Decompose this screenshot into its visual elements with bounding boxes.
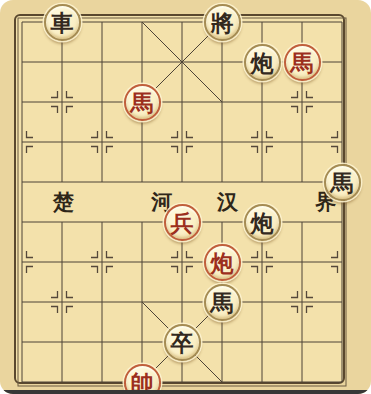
red-horse[interactable]: 馬 [284, 44, 321, 81]
red-soldier[interactable]: 兵 [164, 204, 201, 241]
black-chariot[interactable]: 車 [44, 4, 81, 41]
black-cannon[interactable]: 炮 [244, 204, 281, 241]
board-intersections-grid[interactable]: 車將炮馬馬馬兵炮炮馬卒帥 [2, 2, 362, 394]
black-soldier[interactable]: 卒 [164, 324, 201, 361]
black-horse[interactable]: 馬 [204, 284, 241, 321]
bottom-edge-bar [0, 390, 371, 394]
red-horse[interactable]: 馬 [124, 84, 161, 121]
black-horse[interactable]: 馬 [324, 164, 361, 201]
xiangqi-board: 楚 河 汉 界 車將炮馬馬馬兵炮炮馬卒帥 [0, 0, 371, 394]
black-cannon[interactable]: 炮 [244, 44, 281, 81]
black-general[interactable]: 將 [204, 4, 241, 41]
red-cannon[interactable]: 炮 [204, 244, 241, 281]
